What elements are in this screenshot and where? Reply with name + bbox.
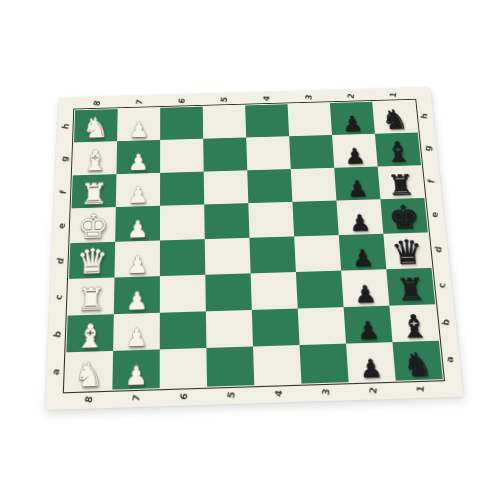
piece-white-pawn: ♟ [126,290,148,313]
square-d3 [294,235,341,272]
piece-white-rook: ♜ [80,181,108,209]
piece-white-pawn: ♟ [128,152,149,173]
piece-black-pawn: ♟ [357,320,381,344]
board-squares: ♞♟♟♞♝♟♟♝♜♟♟♜♚♟♟♚♛♟♟♛♜♟♟♜♝♟♟♝♞♟♟♞ [65,101,443,392]
square-e2: ♟ [336,199,383,235]
square-f6 [160,171,204,206]
square-e7: ♟ [115,206,160,242]
square-c2: ♟ [341,269,389,307]
piece-white-pawn: ♟ [127,219,149,241]
piece-white-queen: ♛ [76,245,108,278]
piece-black-pawn: ♟ [354,283,378,306]
piece-black-rook: ♜ [396,275,427,305]
chess-mat: 87654321 87654321 hgfedcba hgfedcba ♞♟♟♞… [45,87,463,410]
piece-white-bishop: ♝ [75,321,105,352]
square-g5 [203,137,247,171]
square-d2: ♟ [339,234,387,271]
square-g7: ♟ [116,140,160,174]
piece-white-rook: ♜ [77,285,106,315]
square-d7: ♟ [114,240,159,277]
piece-black-bishop: ♝ [399,311,430,342]
square-g6 [160,138,204,172]
square-b4 [252,308,300,347]
piece-black-pawn: ♟ [344,146,366,167]
piece-white-pawn: ♟ [126,254,148,277]
square-e5 [204,203,249,239]
square-e6 [160,205,205,241]
piece-white-pawn: ♟ [127,185,148,207]
square-b3 [298,307,346,346]
square-d4 [249,236,295,273]
square-e4 [248,202,294,238]
piece-black-pawn: ♟ [349,213,372,235]
square-d6 [160,239,205,276]
piece-white-pawn: ♟ [125,327,147,351]
square-d5 [205,238,251,275]
square-b7: ♟ [113,312,160,351]
piece-black-bishop: ♝ [384,139,413,166]
square-f2: ♟ [334,166,380,201]
square-f3 [291,167,337,202]
product-photo: 87654321 87654321 hgfedcba hgfedcba ♞♟♟♞… [0,0,500,500]
square-g3 [289,135,334,169]
square-b5 [206,309,253,348]
piece-white-bishop: ♝ [81,148,109,175]
square-c7: ♟ [114,276,160,314]
square-g2: ♟ [332,134,378,168]
square-c4 [251,272,298,310]
piece-black-rook: ♜ [386,172,415,200]
square-c3 [296,270,344,308]
square-f5 [204,170,249,205]
square-c6 [160,275,206,313]
square-b2: ♟ [344,305,393,344]
piece-black-pawn: ♟ [351,247,374,270]
square-f7: ♟ [116,172,160,207]
piece-white-pawn: ♟ [128,120,149,140]
square-b6 [160,311,207,350]
square-f4 [247,169,292,204]
piece-black-pawn: ♟ [342,114,364,134]
square-e3 [292,201,338,237]
piece-white-king: ♚ [77,211,109,243]
square-g4 [246,136,291,170]
piece-black-pawn: ♟ [346,179,369,200]
square-c5 [205,273,252,311]
